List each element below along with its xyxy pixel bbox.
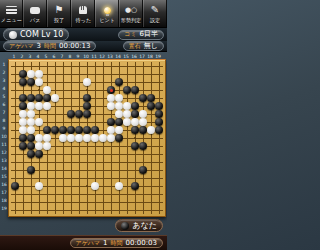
board-point[interactable] xyxy=(51,110,59,118)
board-point[interactable] xyxy=(67,78,75,86)
board-point[interactable] xyxy=(107,182,115,190)
board-point[interactable] xyxy=(115,126,123,134)
board-point[interactable] xyxy=(43,174,51,182)
board-point[interactable] xyxy=(155,126,163,134)
board-point[interactable] xyxy=(131,190,139,198)
board-point[interactable] xyxy=(107,150,115,158)
board-point[interactable] xyxy=(75,102,83,110)
board-point[interactable] xyxy=(19,118,27,126)
board-point[interactable] xyxy=(35,70,43,78)
board-point[interactable] xyxy=(67,70,75,78)
board-point[interactable] xyxy=(59,166,67,174)
board-point[interactable] xyxy=(83,118,91,126)
board-point[interactable] xyxy=(59,118,67,126)
board-point[interactable] xyxy=(99,198,107,206)
board-point[interactable] xyxy=(67,126,75,134)
board-point[interactable] xyxy=(19,94,27,102)
board-point[interactable] xyxy=(123,78,131,86)
board-point[interactable] xyxy=(83,70,91,78)
board-point[interactable] xyxy=(99,206,107,214)
board-point[interactable] xyxy=(11,118,19,126)
board-point[interactable] xyxy=(83,190,91,198)
board-point[interactable] xyxy=(147,206,155,214)
board-point[interactable] xyxy=(59,158,67,166)
board-point[interactable] xyxy=(147,174,155,182)
board-point[interactable] xyxy=(115,94,123,102)
board-point[interactable] xyxy=(115,174,123,182)
board-point[interactable] xyxy=(147,158,155,166)
board-point[interactable] xyxy=(27,62,35,70)
board-point[interactable] xyxy=(67,198,75,206)
board-point[interactable] xyxy=(83,126,91,134)
board-point[interactable] xyxy=(91,62,99,70)
board-point[interactable] xyxy=(131,110,139,118)
board-point[interactable] xyxy=(131,158,139,166)
board-point[interactable] xyxy=(51,158,59,166)
board-point[interactable] xyxy=(107,70,115,78)
board-point[interactable] xyxy=(19,62,27,70)
board-point[interactable] xyxy=(123,62,131,70)
board-point[interactable] xyxy=(91,118,99,126)
board-point[interactable] xyxy=(155,94,163,102)
board-point[interactable] xyxy=(147,190,155,198)
board-point[interactable] xyxy=(11,206,19,214)
board-point[interactable] xyxy=(67,118,75,126)
board-point[interactable] xyxy=(35,150,43,158)
board-point[interactable] xyxy=(43,158,51,166)
board-point[interactable] xyxy=(35,158,43,166)
toolbar-button-pass[interactable]: パス xyxy=(23,0,47,27)
board-point[interactable] xyxy=(27,78,35,86)
board-point[interactable] xyxy=(11,190,19,198)
board-point[interactable] xyxy=(99,150,107,158)
board-point[interactable] xyxy=(115,182,123,190)
board-point[interactable] xyxy=(43,126,51,134)
board-point[interactable] xyxy=(43,150,51,158)
board-point[interactable] xyxy=(107,94,115,102)
board-point[interactable] xyxy=(67,110,75,118)
board-point[interactable] xyxy=(99,86,107,94)
board-point[interactable] xyxy=(51,118,59,126)
board-point[interactable] xyxy=(67,182,75,190)
board-point[interactable] xyxy=(123,150,131,158)
board-point[interactable] xyxy=(27,118,35,126)
board-point[interactable] xyxy=(107,62,115,70)
board-point[interactable] xyxy=(147,78,155,86)
board-point[interactable] xyxy=(35,166,43,174)
board-point[interactable] xyxy=(19,110,27,118)
go-board[interactable] xyxy=(8,59,166,217)
board-point[interactable] xyxy=(75,158,83,166)
board-point[interactable] xyxy=(139,190,147,198)
board-point[interactable] xyxy=(115,142,123,150)
board-point[interactable] xyxy=(99,94,107,102)
board-point[interactable] xyxy=(147,70,155,78)
board-point[interactable] xyxy=(131,134,139,142)
board-point[interactable] xyxy=(27,158,35,166)
board-point[interactable] xyxy=(59,134,67,142)
board-point[interactable] xyxy=(99,126,107,134)
board-point[interactable] xyxy=(123,174,131,182)
board-point[interactable] xyxy=(51,142,59,150)
board-point[interactable] xyxy=(51,70,59,78)
board-point[interactable] xyxy=(59,94,67,102)
board-point[interactable] xyxy=(59,102,67,110)
board-point[interactable] xyxy=(155,174,163,182)
board-point[interactable] xyxy=(83,134,91,142)
board-point[interactable] xyxy=(75,198,83,206)
board-point[interactable] xyxy=(99,158,107,166)
board-point[interactable] xyxy=(51,190,59,198)
board-point[interactable] xyxy=(115,166,123,174)
board-point[interactable] xyxy=(155,70,163,78)
board-point[interactable] xyxy=(115,78,123,86)
board-point[interactable] xyxy=(107,206,115,214)
board-point[interactable] xyxy=(83,86,91,94)
board-point[interactable] xyxy=(131,62,139,70)
board-point[interactable] xyxy=(139,134,147,142)
board-point[interactable] xyxy=(83,166,91,174)
board-point[interactable] xyxy=(83,150,91,158)
board-point[interactable] xyxy=(83,206,91,214)
board-point[interactable] xyxy=(43,110,51,118)
board-point[interactable] xyxy=(115,158,123,166)
board-point[interactable] xyxy=(35,102,43,110)
board-point[interactable] xyxy=(11,174,19,182)
board-point[interactable] xyxy=(43,86,51,94)
board-point[interactable] xyxy=(91,94,99,102)
board-point[interactable] xyxy=(91,126,99,134)
board-point[interactable] xyxy=(59,126,67,134)
board-point[interactable] xyxy=(91,102,99,110)
board-point[interactable] xyxy=(147,150,155,158)
board-point[interactable] xyxy=(147,86,155,94)
board-point[interactable] xyxy=(139,142,147,150)
board-point[interactable] xyxy=(11,182,19,190)
board-point[interactable] xyxy=(75,126,83,134)
board-point[interactable] xyxy=(59,182,67,190)
board-point[interactable] xyxy=(123,110,131,118)
board-point[interactable] xyxy=(43,182,51,190)
board-point[interactable] xyxy=(35,190,43,198)
board-point[interactable] xyxy=(35,142,43,150)
board-point[interactable] xyxy=(99,78,107,86)
board-point[interactable] xyxy=(75,206,83,214)
board-point[interactable] xyxy=(59,190,67,198)
board-point[interactable] xyxy=(59,198,67,206)
board-point[interactable] xyxy=(27,150,35,158)
board-point[interactable] xyxy=(19,126,27,134)
board-point[interactable] xyxy=(59,110,67,118)
board-point[interactable] xyxy=(75,70,83,78)
board-point[interactable] xyxy=(139,206,147,214)
board-point[interactable] xyxy=(11,158,19,166)
board-point[interactable] xyxy=(75,78,83,86)
board-point[interactable] xyxy=(35,174,43,182)
board-point[interactable] xyxy=(51,126,59,134)
board-point[interactable] xyxy=(51,174,59,182)
board-point[interactable] xyxy=(115,118,123,126)
board-point[interactable] xyxy=(83,182,91,190)
board-point[interactable] xyxy=(83,174,91,182)
board-point[interactable] xyxy=(147,166,155,174)
board-point[interactable] xyxy=(59,206,67,214)
board-point[interactable] xyxy=(75,110,83,118)
board-point[interactable] xyxy=(99,70,107,78)
toolbar-button-judge[interactable]: ●○形勢判定 xyxy=(119,0,143,27)
board-point[interactable] xyxy=(35,62,43,70)
board-point[interactable] xyxy=(91,158,99,166)
board-point[interactable] xyxy=(83,198,91,206)
board-point[interactable] xyxy=(91,182,99,190)
board-point[interactable] xyxy=(11,86,19,94)
board-point[interactable] xyxy=(19,86,27,94)
board-point[interactable] xyxy=(51,94,59,102)
board-point[interactable] xyxy=(51,78,59,86)
board-point[interactable] xyxy=(131,78,139,86)
board-point[interactable] xyxy=(27,126,35,134)
board-point[interactable] xyxy=(59,174,67,182)
board-point[interactable] xyxy=(155,118,163,126)
board-point[interactable] xyxy=(107,78,115,86)
toolbar-button-hint[interactable]: ヒント xyxy=(95,0,119,27)
board-point[interactable] xyxy=(27,110,35,118)
board-point[interactable] xyxy=(19,134,27,142)
board-point[interactable] xyxy=(123,102,131,110)
board-point[interactable] xyxy=(75,118,83,126)
board-point[interactable] xyxy=(11,142,19,150)
board-point[interactable] xyxy=(43,142,51,150)
board-point[interactable] xyxy=(115,110,123,118)
board-point[interactable] xyxy=(155,190,163,198)
board-point[interactable] xyxy=(43,70,51,78)
board-point[interactable] xyxy=(107,174,115,182)
board-point[interactable] xyxy=(131,150,139,158)
board-point[interactable] xyxy=(43,102,51,110)
board-point[interactable] xyxy=(35,134,43,142)
board-point[interactable] xyxy=(67,206,75,214)
board-point[interactable] xyxy=(155,182,163,190)
board-point[interactable] xyxy=(91,142,99,150)
board-point[interactable] xyxy=(139,78,147,86)
toolbar-button-menu[interactable]: メニュー xyxy=(0,0,23,27)
board-point[interactable] xyxy=(51,134,59,142)
board-point[interactable] xyxy=(43,206,51,214)
board-point[interactable] xyxy=(99,182,107,190)
board-point[interactable] xyxy=(59,142,67,150)
board-point[interactable] xyxy=(123,70,131,78)
toolbar-button-settings[interactable]: ✎設定 xyxy=(143,0,167,27)
board-point[interactable] xyxy=(131,206,139,214)
board-point[interactable] xyxy=(91,86,99,94)
board-point[interactable] xyxy=(107,118,115,126)
board-point[interactable] xyxy=(43,190,51,198)
board-point[interactable] xyxy=(19,182,27,190)
board-point[interactable] xyxy=(131,174,139,182)
board-point[interactable] xyxy=(59,78,67,86)
board-point[interactable] xyxy=(35,182,43,190)
board-point[interactable] xyxy=(123,166,131,174)
board-point[interactable] xyxy=(91,150,99,158)
board-point[interactable] xyxy=(139,118,147,126)
board-point[interactable] xyxy=(147,62,155,70)
board-point[interactable] xyxy=(99,118,107,126)
board-point[interactable] xyxy=(123,182,131,190)
board-point[interactable] xyxy=(131,70,139,78)
toolbar-button-resign[interactable]: ⚑投了 xyxy=(47,0,71,27)
board-point[interactable] xyxy=(123,206,131,214)
board-point[interactable] xyxy=(99,166,107,174)
board-point[interactable] xyxy=(131,126,139,134)
board-point[interactable] xyxy=(99,102,107,110)
board-point[interactable] xyxy=(51,150,59,158)
board-point[interactable] xyxy=(75,94,83,102)
board-point[interactable] xyxy=(139,70,147,78)
board-point[interactable] xyxy=(131,118,139,126)
board-point[interactable] xyxy=(59,62,67,70)
board-point[interactable] xyxy=(75,182,83,190)
board-point[interactable] xyxy=(19,150,27,158)
board-point[interactable] xyxy=(91,134,99,142)
board-point[interactable] xyxy=(11,198,19,206)
board-point[interactable] xyxy=(19,78,27,86)
board-point[interactable] xyxy=(99,174,107,182)
board-point[interactable] xyxy=(139,126,147,134)
board-point[interactable] xyxy=(11,70,19,78)
board-point[interactable] xyxy=(123,94,131,102)
board-point[interactable] xyxy=(27,142,35,150)
board-point[interactable] xyxy=(51,166,59,174)
board-point[interactable] xyxy=(75,150,83,158)
board-point[interactable] xyxy=(139,86,147,94)
board-point[interactable] xyxy=(51,198,59,206)
board-point[interactable] xyxy=(139,110,147,118)
board-point[interactable] xyxy=(35,94,43,102)
board-point[interactable] xyxy=(139,150,147,158)
board-point[interactable] xyxy=(139,198,147,206)
board-point[interactable] xyxy=(115,134,123,142)
board-point[interactable] xyxy=(75,190,83,198)
board-point[interactable] xyxy=(11,110,19,118)
board-point[interactable] xyxy=(35,78,43,86)
board-point[interactable] xyxy=(155,62,163,70)
board-point[interactable] xyxy=(139,166,147,174)
board-point[interactable] xyxy=(99,142,107,150)
board-point[interactable] xyxy=(139,62,147,70)
board-point[interactable] xyxy=(43,166,51,174)
board-point[interactable] xyxy=(155,158,163,166)
board-point[interactable] xyxy=(91,198,99,206)
board-point[interactable] xyxy=(67,150,75,158)
board-point[interactable] xyxy=(91,190,99,198)
board-point[interactable] xyxy=(123,142,131,150)
board-point[interactable] xyxy=(131,182,139,190)
board-point[interactable] xyxy=(99,134,107,142)
board-point[interactable] xyxy=(155,86,163,94)
board-point[interactable] xyxy=(91,174,99,182)
board-point[interactable] xyxy=(99,62,107,70)
board-point[interactable] xyxy=(155,198,163,206)
board-point[interactable] xyxy=(155,110,163,118)
board-point[interactable] xyxy=(27,182,35,190)
board-point[interactable] xyxy=(67,62,75,70)
board-point[interactable] xyxy=(115,70,123,78)
board-point[interactable] xyxy=(27,70,35,78)
board-point[interactable] xyxy=(139,174,147,182)
board-point[interactable] xyxy=(67,94,75,102)
board-point[interactable] xyxy=(123,134,131,142)
board-point[interactable] xyxy=(155,102,163,110)
board-point[interactable] xyxy=(11,94,19,102)
board-point[interactable] xyxy=(19,174,27,182)
board-point[interactable] xyxy=(43,78,51,86)
board-point[interactable] xyxy=(139,182,147,190)
board-point[interactable] xyxy=(27,102,35,110)
board-point[interactable] xyxy=(67,142,75,150)
board-point[interactable] xyxy=(19,206,27,214)
board-point[interactable] xyxy=(35,118,43,126)
board-point[interactable] xyxy=(147,94,155,102)
board-point[interactable] xyxy=(107,86,115,94)
board-point[interactable] xyxy=(75,174,83,182)
board-point[interactable] xyxy=(83,102,91,110)
board-point[interactable] xyxy=(107,134,115,142)
board-point[interactable] xyxy=(107,110,115,118)
board-point[interactable] xyxy=(147,102,155,110)
board-point[interactable] xyxy=(27,166,35,174)
board-point[interactable] xyxy=(75,142,83,150)
board-point[interactable] xyxy=(83,142,91,150)
board-point[interactable] xyxy=(59,86,67,94)
board-point[interactable] xyxy=(27,206,35,214)
board-point[interactable] xyxy=(83,62,91,70)
board-point[interactable] xyxy=(107,166,115,174)
board-point[interactable] xyxy=(11,166,19,174)
board-point[interactable] xyxy=(123,158,131,166)
board-point[interactable] xyxy=(83,94,91,102)
board-point[interactable] xyxy=(43,118,51,126)
board-point[interactable] xyxy=(11,134,19,142)
board-point[interactable] xyxy=(27,174,35,182)
board-point[interactable] xyxy=(43,62,51,70)
board-point[interactable] xyxy=(155,142,163,150)
board-point[interactable] xyxy=(67,190,75,198)
board-point[interactable] xyxy=(107,126,115,134)
board-point[interactable] xyxy=(27,86,35,94)
board-point[interactable] xyxy=(19,198,27,206)
board-point[interactable] xyxy=(35,198,43,206)
board-point[interactable] xyxy=(19,142,27,150)
board-point[interactable] xyxy=(35,206,43,214)
board-point[interactable] xyxy=(91,70,99,78)
board-point[interactable] xyxy=(115,190,123,198)
board-point[interactable] xyxy=(131,142,139,150)
board-point[interactable] xyxy=(115,206,123,214)
board-point[interactable] xyxy=(131,86,139,94)
board-point[interactable] xyxy=(115,86,123,94)
board-point[interactable] xyxy=(51,102,59,110)
board-point[interactable] xyxy=(139,158,147,166)
board-point[interactable] xyxy=(67,134,75,142)
board-point[interactable] xyxy=(67,102,75,110)
board-point[interactable] xyxy=(67,86,75,94)
board-point[interactable] xyxy=(83,78,91,86)
board-point[interactable] xyxy=(91,166,99,174)
board-point[interactable] xyxy=(91,78,99,86)
board-point[interactable] xyxy=(123,190,131,198)
board-point[interactable] xyxy=(75,86,83,94)
board-point[interactable] xyxy=(115,198,123,206)
